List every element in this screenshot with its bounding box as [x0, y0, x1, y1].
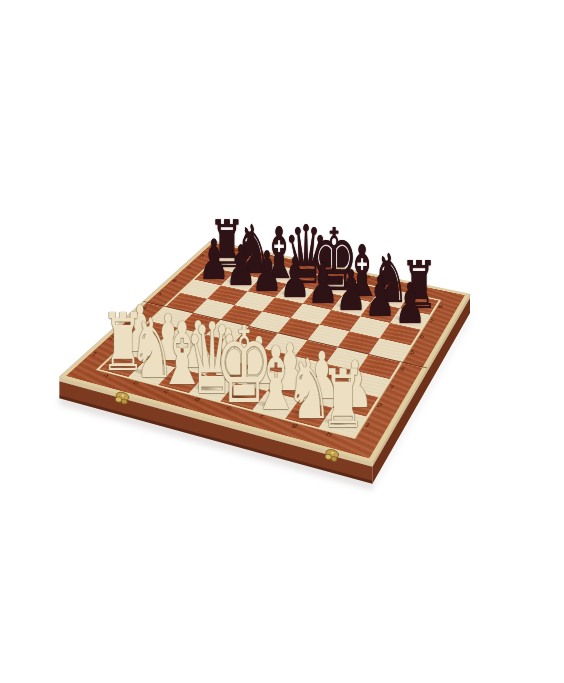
piece-shadow: [400, 300, 427, 310]
chess-set-product-photo: aabbccddeeffgghh8877665544332211 ♜♞♝♛♚♝♞…: [0, 0, 564, 683]
piece-shadow: [362, 308, 387, 317]
piece-shadow: [120, 343, 146, 353]
piece-shadow: [101, 359, 131, 371]
piece-shadow-layer: [59, 241, 470, 463]
piece-shadow: [342, 288, 370, 298]
piece-shadow: [130, 367, 161, 379]
piece-shadow: [197, 272, 220, 280]
piece-shadow: [277, 290, 301, 299]
piece-shadow: [219, 389, 255, 404]
piece-shadow: [188, 381, 222, 395]
piece-shadow: [209, 260, 234, 269]
piece-shadow: [391, 315, 416, 325]
piece-shadow: [223, 278, 247, 286]
piece-shadow: [178, 358, 205, 369]
piece-shadow: [333, 302, 358, 311]
piece-shadow: [301, 389, 329, 401]
piece-shadow: [286, 276, 315, 286]
piece-shadow: [260, 270, 287, 279]
piece-shadow: [269, 381, 297, 393]
piece-shadow: [238, 373, 266, 384]
piece-shadow: [371, 294, 398, 304]
piece-shadow: [313, 281, 344, 292]
piece-shadow: [235, 265, 261, 274]
piece-shadow: [319, 416, 351, 430]
board-projection-wrapper: aabbccddeeffgghh8877665544332211: [31, 0, 533, 683]
piece-shadow: [286, 407, 318, 421]
piece-shadow: [305, 296, 330, 305]
piece-shadow: [159, 374, 191, 387]
chess-board: aabbccddeeffgghh8877665544332211: [59, 241, 470, 463]
piece-shadow: [334, 397, 363, 409]
piece-shadow: [208, 365, 235, 376]
piece-shadow: [149, 350, 176, 361]
piece-shadow: [253, 398, 286, 412]
piece-shadow: [250, 284, 274, 293]
